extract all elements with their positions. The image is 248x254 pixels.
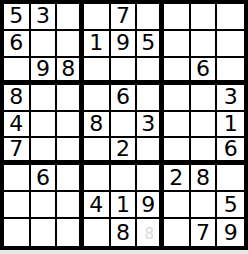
cell-r3c4[interactable]	[84, 58, 111, 85]
cell-r9c6[interactable]: 8	[137, 219, 164, 246]
cell-r2c3[interactable]	[57, 31, 84, 58]
cell-r4c4[interactable]	[84, 85, 111, 112]
cell-r3c1[interactable]	[4, 58, 31, 85]
cell-r8c1[interactable]	[4, 192, 31, 219]
cell-r1c4[interactable]	[84, 4, 111, 31]
cell-r3c2[interactable]: 9	[31, 58, 58, 85]
cell-r4c3[interactable]	[57, 85, 84, 112]
cell-r1c5[interactable]: 7	[111, 4, 138, 31]
given-digit: 4	[9, 113, 23, 135]
cell-r6c6[interactable]	[137, 138, 164, 165]
sudoku-page: 5376195986863483172662841958879	[0, 0, 248, 254]
cell-r2c5[interactable]: 9	[111, 31, 138, 58]
cell-r9c9[interactable]: 9	[217, 219, 244, 246]
cell-r2c2[interactable]	[31, 31, 58, 58]
given-digit: 3	[141, 113, 155, 135]
cell-r5c2[interactable]	[31, 112, 58, 139]
cell-r7c6[interactable]	[137, 165, 164, 192]
cell-r3c6[interactable]	[137, 58, 164, 85]
given-digit: 5	[224, 194, 238, 216]
cell-r7c4[interactable]	[84, 165, 111, 192]
given-digit: 9	[36, 58, 50, 80]
given-digit: 7	[9, 138, 23, 160]
cell-r8c8[interactable]	[191, 192, 218, 219]
given-digit: 6	[116, 86, 130, 108]
given-digit: 9	[141, 194, 155, 216]
cell-r1c3[interactable]	[57, 4, 84, 31]
cell-r5c5[interactable]	[111, 112, 138, 139]
cell-r7c3[interactable]	[57, 165, 84, 192]
given-digit: 2	[169, 167, 183, 189]
cell-r7c9[interactable]	[217, 165, 244, 192]
cell-r3c7[interactable]	[164, 58, 191, 85]
given-digit: 7	[116, 5, 130, 27]
cell-r6c3[interactable]	[57, 138, 84, 165]
given-digit: 6	[196, 58, 210, 80]
given-digit: 8	[9, 86, 23, 108]
cell-r7c5[interactable]	[111, 165, 138, 192]
given-digit: 6	[9, 32, 23, 54]
cell-r4c5[interactable]: 6	[111, 85, 138, 112]
cell-r6c5[interactable]: 2	[111, 138, 138, 165]
cell-r1c6[interactable]	[137, 4, 164, 31]
cell-r8c6[interactable]: 9	[137, 192, 164, 219]
cell-r8c5[interactable]: 1	[111, 192, 138, 219]
cell-r1c8[interactable]	[191, 4, 218, 31]
cell-r9c4[interactable]	[84, 219, 111, 246]
given-digit: 2	[116, 138, 130, 160]
cell-r9c7[interactable]	[164, 219, 191, 246]
cell-r2c9[interactable]	[217, 31, 244, 58]
cell-r1c1[interactable]: 5	[4, 4, 31, 31]
cell-r9c5[interactable]: 8	[111, 219, 138, 246]
cell-r3c5[interactable]	[111, 58, 138, 85]
cell-r4c1[interactable]: 8	[4, 85, 31, 112]
cell-r8c9[interactable]: 5	[217, 192, 244, 219]
cell-r2c4[interactable]: 1	[84, 31, 111, 58]
cell-r4c8[interactable]	[191, 85, 218, 112]
cell-r2c1[interactable]: 6	[4, 31, 31, 58]
cell-r3c3[interactable]: 8	[57, 58, 84, 85]
cell-r6c9[interactable]: 6	[217, 138, 244, 165]
given-digit: 8	[89, 113, 103, 135]
cell-r1c2[interactable]: 3	[31, 4, 58, 31]
cell-r2c8[interactable]	[191, 31, 218, 58]
given-digit: 3	[224, 86, 238, 108]
cell-r4c9[interactable]: 3	[217, 85, 244, 112]
given-digit: 1	[116, 194, 130, 216]
given-digit: 1	[224, 113, 238, 135]
given-digit: 4	[89, 194, 103, 216]
given-digit: 9	[224, 222, 238, 244]
cell-r7c1[interactable]	[4, 165, 31, 192]
cell-r2c6[interactable]: 5	[137, 31, 164, 58]
given-digit: 8	[116, 222, 130, 244]
cell-r6c8[interactable]	[191, 138, 218, 165]
cell-r5c7[interactable]	[164, 112, 191, 139]
cell-r5c8[interactable]	[191, 112, 218, 139]
given-digit: 5	[9, 5, 23, 27]
cell-r1c9[interactable]	[217, 4, 244, 31]
cell-r5c3[interactable]	[57, 112, 84, 139]
given-digit: 9	[116, 32, 130, 54]
cell-r6c7[interactable]	[164, 138, 191, 165]
cell-r4c2[interactable]	[31, 85, 58, 112]
given-digit: 7	[196, 222, 210, 244]
cell-r8c2[interactable]	[31, 192, 58, 219]
cell-r3c8[interactable]: 6	[191, 58, 218, 85]
cell-r9c1[interactable]	[4, 219, 31, 246]
given-digit: 1	[89, 32, 103, 54]
given-digit: 8	[61, 58, 75, 80]
given-digit: 8	[196, 167, 210, 189]
cell-r6c4[interactable]	[84, 138, 111, 165]
ghost-digit: 8	[144, 227, 154, 242]
given-digit: 6	[36, 167, 50, 189]
cell-r9c2[interactable]	[31, 219, 58, 246]
cell-r3c9[interactable]	[217, 58, 244, 85]
cell-r5c6[interactable]: 3	[137, 112, 164, 139]
cell-r5c9[interactable]: 1	[217, 112, 244, 139]
cell-r9c8[interactable]: 7	[191, 219, 218, 246]
given-digit: 5	[141, 32, 155, 54]
cell-r7c8[interactable]: 8	[191, 165, 218, 192]
sudoku-board: 5376195986863483172662841958879	[0, 0, 248, 250]
cell-r5c1[interactable]: 4	[4, 112, 31, 139]
cell-r4c6[interactable]	[137, 85, 164, 112]
given-digit: 6	[224, 138, 238, 160]
cell-r4c7[interactable]	[164, 85, 191, 112]
cell-r1c7[interactable]	[164, 4, 191, 31]
cell-r8c3[interactable]	[57, 192, 84, 219]
cell-r6c2[interactable]	[31, 138, 58, 165]
cell-r6c1[interactable]: 7	[4, 138, 31, 165]
cell-r7c2[interactable]: 6	[31, 165, 58, 192]
bottom-background-strip	[0, 250, 248, 254]
cell-r7c7[interactable]: 2	[164, 165, 191, 192]
cell-r5c4[interactable]: 8	[84, 112, 111, 139]
given-digit: 3	[36, 5, 50, 27]
cell-r8c4[interactable]: 4	[84, 192, 111, 219]
cell-r8c7[interactable]	[164, 192, 191, 219]
cell-r2c7[interactable]	[164, 31, 191, 58]
cell-r9c3[interactable]	[57, 219, 84, 246]
